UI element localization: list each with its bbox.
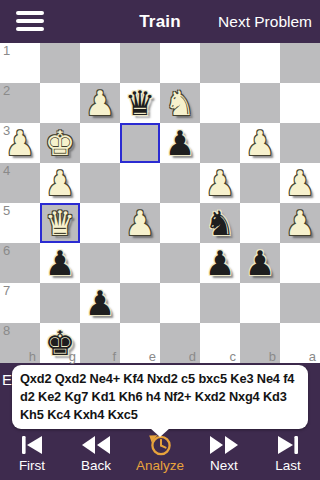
analysis-moves-bubble: Qxd2 Qxd2 Ne4+ Kf4 Nxd2 c5 bxc5 Ke3 Ne4 …: [12, 365, 308, 429]
file-label-f: f: [112, 349, 116, 364]
square-e2[interactable]: ♛: [120, 83, 160, 123]
square-h1[interactable]: 1: [0, 43, 40, 83]
first-button[interactable]: First: [0, 430, 64, 480]
square-a7[interactable]: [280, 283, 320, 323]
square-e5[interactable]: ♟: [120, 203, 160, 243]
square-f6[interactable]: [80, 243, 120, 283]
rank-label-4: 4: [3, 163, 10, 178]
file-label-c: c: [230, 349, 237, 364]
square-c6[interactable]: ♟: [200, 243, 240, 283]
square-f3[interactable]: [80, 123, 120, 163]
bubble-tail: [150, 428, 170, 437]
square-d8[interactable]: d: [160, 323, 200, 363]
chess-board: 12♟♛♞♟3♚♟♟4♟♟♟5♛♟♞♟6♟♟♟7♟8h♚gfedcba: [0, 43, 320, 363]
square-b7[interactable]: [240, 283, 280, 323]
square-a8[interactable]: a: [280, 323, 320, 363]
next-problem-button[interactable]: Next Problem: [218, 13, 312, 31]
square-g8[interactable]: ♚g: [40, 323, 80, 363]
skip-to-first-icon: [19, 433, 45, 457]
rank-label-1: 1: [3, 43, 10, 58]
square-c3[interactable]: [200, 123, 240, 163]
black-knight: ♞: [200, 203, 240, 243]
next-button[interactable]: Next: [192, 430, 256, 480]
analyze-button[interactable]: Analyze: [128, 430, 192, 480]
analysis-moves-line: Qxd2 Qxd2 Ne4+ Kf4 Nxd2 c5 bxc5 Ke3 Ne4 …: [20, 370, 300, 388]
rank-label-5: 5: [3, 203, 10, 218]
rank-label-8: 8: [3, 323, 10, 338]
white-pawn: ♟: [240, 123, 280, 163]
square-f4[interactable]: [80, 163, 120, 203]
square-b2[interactable]: [240, 83, 280, 123]
square-b3[interactable]: ♟: [240, 123, 280, 163]
square-e3[interactable]: [120, 123, 160, 163]
app-screen: Train Next Problem 12♟♛♞♟3♚♟♟4♟♟♟5♛♟♞♟6♟…: [0, 0, 320, 480]
square-e8[interactable]: e: [120, 323, 160, 363]
square-h8[interactable]: 8h: [0, 323, 40, 363]
square-c4[interactable]: ♟: [200, 163, 240, 203]
square-g5[interactable]: ♛: [40, 203, 80, 243]
square-c5[interactable]: ♞: [200, 203, 240, 243]
square-a1[interactable]: [280, 43, 320, 83]
square-h6[interactable]: 6: [0, 243, 40, 283]
square-c1[interactable]: [200, 43, 240, 83]
black-pawn: ♟: [240, 243, 280, 283]
square-c2[interactable]: [200, 83, 240, 123]
white-pawn: ♟: [80, 83, 120, 123]
square-a6[interactable]: [280, 243, 320, 283]
rank-label-7: 7: [3, 283, 10, 298]
square-f8[interactable]: f: [80, 323, 120, 363]
black-queen: ♛: [120, 83, 160, 123]
white-pawn: ♟: [280, 163, 320, 203]
square-b8[interactable]: b: [240, 323, 280, 363]
navbar: Train Next Problem: [0, 0, 320, 43]
square-g2[interactable]: [40, 83, 80, 123]
square-b5[interactable]: [240, 203, 280, 243]
square-d7[interactable]: [160, 283, 200, 323]
square-d3[interactable]: ♟: [160, 123, 200, 163]
square-e7[interactable]: [120, 283, 160, 323]
square-f2[interactable]: ♟: [80, 83, 120, 123]
square-a5[interactable]: ♟: [280, 203, 320, 243]
square-e1[interactable]: [120, 43, 160, 83]
square-f1[interactable]: [80, 43, 120, 83]
square-e4[interactable]: [120, 163, 160, 203]
partial-hidden-label: E: [2, 371, 12, 388]
square-d4[interactable]: [160, 163, 200, 203]
analysis-moves-line: Kh5 Kc4 Kxh4 Kxc5: [20, 406, 300, 424]
white-pawn: ♟: [40, 163, 80, 203]
back-button[interactable]: Back: [64, 430, 128, 480]
file-label-b: b: [269, 349, 276, 364]
white-queen: ♛: [40, 203, 80, 243]
black-pawn: ♟: [200, 243, 240, 283]
first-label: First: [0, 458, 64, 473]
square-h7[interactable]: 7: [0, 283, 40, 323]
square-g6[interactable]: ♟: [40, 243, 80, 283]
rewind-icon: [81, 433, 111, 457]
square-g7[interactable]: [40, 283, 80, 323]
toolbar: First Back Analyze Next: [0, 430, 320, 480]
square-d6[interactable]: [160, 243, 200, 283]
file-label-d: d: [189, 349, 196, 364]
black-pawn: ♟: [80, 283, 120, 323]
file-label-h: h: [29, 349, 36, 364]
last-label: Last: [256, 458, 320, 473]
square-h4[interactable]: 4: [0, 163, 40, 203]
skip-to-last-icon: [275, 433, 301, 457]
square-d2[interactable]: ♞: [160, 83, 200, 123]
white-pawn: ♟: [280, 203, 320, 243]
square-c8[interactable]: c: [200, 323, 240, 363]
black-pawn: ♟: [160, 123, 200, 163]
file-label-g: g: [69, 349, 76, 364]
square-a2[interactable]: [280, 83, 320, 123]
file-label-e: e: [149, 349, 156, 364]
square-g1[interactable]: [40, 43, 80, 83]
square-b4[interactable]: [240, 163, 280, 203]
rank-label-2: 2: [3, 83, 10, 98]
white-pawn: ♟: [200, 163, 240, 203]
next-label: Next: [192, 458, 256, 473]
square-h5[interactable]: 5: [0, 203, 40, 243]
square-d1[interactable]: [160, 43, 200, 83]
back-label: Back: [64, 458, 128, 473]
analyze-label: Analyze: [128, 458, 192, 473]
white-pawn: ♟: [120, 203, 160, 243]
square-a4[interactable]: ♟: [280, 163, 320, 203]
file-label-a: a: [309, 349, 316, 364]
square-g4[interactable]: ♟: [40, 163, 80, 203]
last-button[interactable]: Last: [256, 430, 320, 480]
square-b1[interactable]: [240, 43, 280, 83]
square-d5[interactable]: [160, 203, 200, 243]
square-h2[interactable]: 2: [0, 83, 40, 123]
square-h3[interactable]: ♟3: [0, 123, 40, 163]
square-e6[interactable]: [120, 243, 160, 283]
rank-label-6: 6: [3, 243, 10, 258]
square-f5[interactable]: [80, 203, 120, 243]
square-b6[interactable]: ♟: [240, 243, 280, 283]
white-knight: ♞: [160, 83, 200, 123]
white-king: ♚: [40, 123, 80, 163]
fast-forward-icon: [209, 433, 239, 457]
square-a3[interactable]: [280, 123, 320, 163]
black-pawn: ♟: [40, 243, 80, 283]
rank-label-3: 3: [3, 123, 10, 138]
square-g3[interactable]: ♚: [40, 123, 80, 163]
square-f7[interactable]: ♟: [80, 283, 120, 323]
square-c7[interactable]: [200, 283, 240, 323]
analysis-moves-line: d2 Ke2 Kg7 Kd1 Kh6 h4 Nf2+ Kxd2 Nxg4 Kd3: [20, 388, 300, 406]
